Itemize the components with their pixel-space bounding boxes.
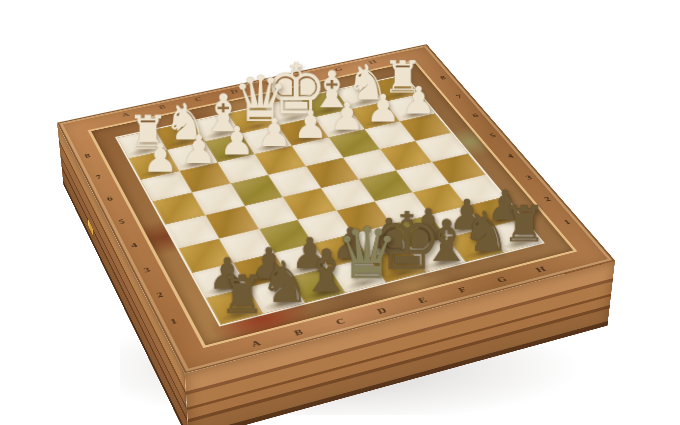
- product-photo-stage: ABCDEFGH ABCDEFGH 12345678 12345678 ♜♞♝♛…: [0, 0, 680, 425]
- piece-white-pawn-b7[interactable]: ♟: [181, 130, 216, 167]
- piece-white-pawn-d7[interactable]: ♟: [256, 114, 291, 151]
- piece-white-pawn-e7[interactable]: ♟: [293, 106, 328, 143]
- piece-green-knight-b1[interactable]: ♞: [259, 256, 310, 310]
- piece-white-pawn-f7[interactable]: ♟: [330, 98, 364, 134]
- chess-box: ABCDEFGH ABCDEFGH 12345678 12345678 ♜♞♝♛…: [57, 44, 615, 373]
- brass-latch-icon: [88, 218, 94, 237]
- piece-white-pawn-h7[interactable]: ♟: [401, 82, 435, 118]
- perspective-scene: ABCDEFGH ABCDEFGH 12345678 12345678 ♜♞♝♛…: [0, 0, 680, 425]
- square-a4[interactable]: [165, 215, 218, 248]
- piece-white-pawn-c7[interactable]: ♟: [219, 122, 254, 159]
- piece-white-pawn-g7[interactable]: ♟: [366, 90, 400, 126]
- piece-green-rook-a1[interactable]: ♜: [219, 270, 266, 320]
- piece-white-pawn-a7[interactable]: ♟: [143, 139, 179, 177]
